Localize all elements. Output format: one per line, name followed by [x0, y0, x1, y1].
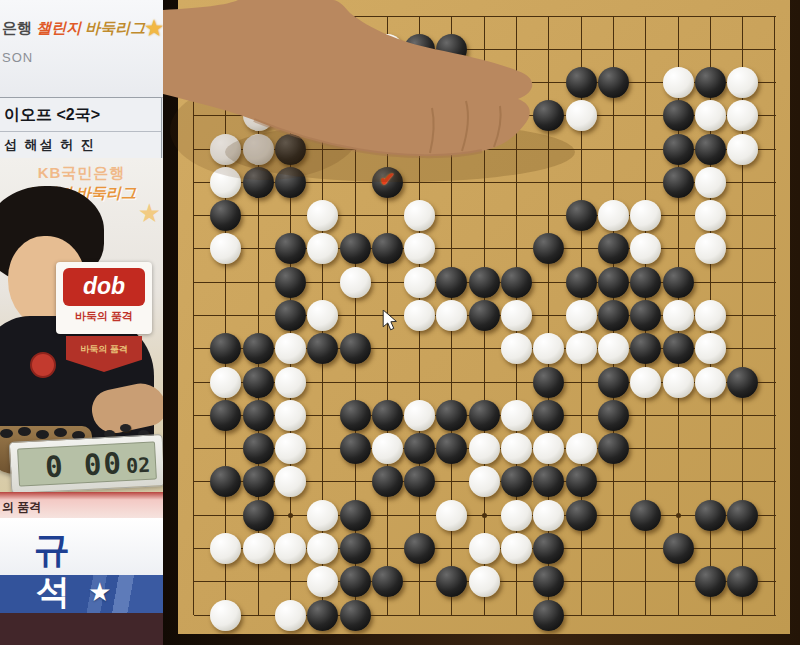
league-logo-highlight: 챌린지: [36, 19, 85, 36]
black-stone: [275, 134, 306, 165]
black-stone: [469, 400, 500, 431]
white-stone: [630, 233, 661, 264]
black-stone: [533, 100, 564, 131]
white-stone: [630, 367, 661, 398]
player2-name: 석: [36, 569, 70, 615]
black-stone: [533, 400, 564, 431]
white-stone: [695, 300, 726, 331]
black-stone: [630, 333, 661, 364]
dob-logo: dob: [63, 268, 145, 306]
black-stone: [566, 67, 597, 98]
white-stone: [307, 566, 338, 597]
black-stone: [372, 233, 403, 264]
white-stone: [469, 466, 500, 497]
white-stone: [210, 600, 241, 631]
white-stone: [566, 433, 597, 464]
white-stone: [695, 100, 726, 131]
white-stone: [275, 433, 306, 464]
league-logo-box: 은행 챌린지 바둑리그★ SON: [0, 0, 163, 98]
go-board-frame: ✔: [163, 0, 800, 645]
white-stone: [275, 533, 306, 564]
white-stone: [727, 100, 758, 131]
black-stone: [436, 433, 467, 464]
white-stone: [501, 433, 532, 464]
black-stone: [663, 134, 694, 165]
white-stone: [210, 367, 241, 398]
white-stone: [307, 533, 338, 564]
black-stone: [566, 500, 597, 531]
black-stone: [598, 300, 629, 331]
black-stone: [598, 400, 629, 431]
white-stone: [404, 67, 435, 98]
black-stone: [243, 367, 274, 398]
black-stone: [340, 400, 371, 431]
last-move-check-marker: ✔: [372, 168, 403, 191]
white-stone: [307, 233, 338, 264]
board-grid-line: [194, 215, 776, 216]
black-stone: [695, 134, 726, 165]
white-stone: [275, 333, 306, 364]
black-stone: [340, 333, 371, 364]
white-stone: [275, 600, 306, 631]
black-stone: ✔: [372, 167, 403, 198]
white-stone: [695, 333, 726, 364]
black-stone: [340, 233, 371, 264]
white-stone: [663, 367, 694, 398]
black-stone: [340, 600, 371, 631]
board-grid-line: [774, 16, 775, 615]
black-stone: [598, 267, 629, 298]
black-stone: [695, 67, 726, 98]
white-stone: [210, 134, 241, 165]
white-stone: [404, 267, 435, 298]
black-stone: [533, 600, 564, 631]
black-stone: [243, 433, 274, 464]
white-stone: [727, 134, 758, 165]
white-stone: [404, 233, 435, 264]
white-stone: [695, 367, 726, 398]
white-stone: [243, 100, 274, 131]
star-point: [482, 513, 487, 518]
nameplate-player2: 석 ★: [0, 575, 163, 613]
white-stone: [469, 533, 500, 564]
white-stone: [436, 500, 467, 531]
white-stone: [469, 433, 500, 464]
sidebar: 은행 챌린지 바둑리그★ SON 이오프 <2국> 섭 해설 허 진 KB국민은…: [0, 0, 163, 645]
star-icon: ★: [138, 198, 161, 229]
white-stone: [243, 533, 274, 564]
white-stone: [275, 400, 306, 431]
white-stone: [566, 333, 597, 364]
nameplate-header: 의 품격: [0, 492, 163, 518]
match-info-box: 이오프 <2국> 섭 해설 허 진: [0, 97, 162, 160]
black-stone: [598, 367, 629, 398]
black-stone: [469, 100, 500, 131]
black-stone: [663, 167, 694, 198]
white-stone: [469, 566, 500, 597]
black-stone: [501, 267, 532, 298]
white-stone: [275, 367, 306, 398]
black-stone: [210, 466, 241, 497]
white-stone: [566, 100, 597, 131]
white-stone: [598, 200, 629, 231]
star-icon: ★: [145, 17, 163, 39]
white-stone: [372, 433, 403, 464]
black-stone: [469, 300, 500, 331]
white-stone: [533, 433, 564, 464]
player1-name: 규: [34, 526, 70, 575]
black-stone: [243, 466, 274, 497]
league-logo: 은행 챌린지 바둑리그★: [2, 16, 162, 40]
black-stone: [404, 533, 435, 564]
dob-tagline: 바둑의 품격: [56, 309, 152, 324]
black-stone: [663, 267, 694, 298]
black-stone: [533, 466, 564, 497]
white-stone: [630, 200, 661, 231]
black-stone: [727, 367, 758, 398]
black-stone: [340, 433, 371, 464]
divider: [0, 131, 161, 132]
white-stone: [566, 300, 597, 331]
white-stone: [501, 400, 532, 431]
star-point: [288, 513, 293, 518]
black-stone: [533, 367, 564, 398]
clock-main-digits: 0 00: [44, 448, 123, 482]
white-stone: [501, 333, 532, 364]
league-logo-prefix: 은행: [2, 19, 36, 36]
white-stone: [501, 300, 532, 331]
black-stone: [630, 267, 661, 298]
white-stone: [275, 466, 306, 497]
black-stone: [566, 200, 597, 231]
clock-seconds-digits: 02: [125, 453, 150, 478]
white-stone: [210, 167, 241, 198]
black-stone: [340, 566, 371, 597]
black-stone: [243, 500, 274, 531]
white-stone: [695, 200, 726, 231]
black-stone: [501, 466, 532, 497]
white-stone: [404, 400, 435, 431]
black-stone: [436, 566, 467, 597]
black-stone: [307, 600, 338, 631]
black-stone: [598, 433, 629, 464]
go-board: ✔: [178, 0, 790, 634]
black-stone: [630, 300, 661, 331]
game-clock: 0 00 02: [9, 434, 163, 492]
white-stone: [533, 333, 564, 364]
black-stone: [340, 500, 371, 531]
black-stone: [404, 466, 435, 497]
black-stone: [598, 67, 629, 98]
black-stone: [663, 100, 694, 131]
black-stone: [663, 533, 694, 564]
broadcast-frame: 은행 챌린지 바둑리그★ SON 이오프 <2국> 섭 해설 허 진 KB국민은…: [0, 0, 800, 645]
black-stone: [695, 500, 726, 531]
nameplate-player1: 규: [0, 518, 163, 575]
black-stone: [372, 466, 403, 497]
league-logo-suffix: 바둑리그: [85, 19, 145, 36]
sponsor-card: dob 바둑의 품격: [56, 262, 152, 334]
white-stone: [404, 200, 435, 231]
black-stone: [436, 400, 467, 431]
white-stone: [404, 300, 435, 331]
white-stone: [663, 300, 694, 331]
season-text: SON: [2, 50, 33, 65]
black-stone: [566, 466, 597, 497]
match-title: 이오프 <2국>: [4, 105, 100, 126]
white-stone: [598, 333, 629, 364]
ribbon-text: 바둑의 품격: [66, 343, 142, 356]
black-stone: [275, 267, 306, 298]
star-point: [288, 113, 293, 118]
black-stone: [598, 233, 629, 264]
black-stone: [436, 267, 467, 298]
white-stone: [307, 500, 338, 531]
board-grid-line: [194, 49, 776, 50]
black-stone: [307, 333, 338, 364]
black-stone: [210, 200, 241, 231]
team-badge: [30, 352, 56, 378]
white-stone: [663, 67, 694, 98]
black-stone: [663, 333, 694, 364]
black-stone: [469, 267, 500, 298]
white-stone: [243, 134, 274, 165]
white-stone: [340, 267, 371, 298]
white-stone: [340, 67, 371, 98]
black-stone: [340, 533, 371, 564]
white-stone: [210, 233, 241, 264]
black-stone: [727, 500, 758, 531]
poster-sponsor-text: KB국민은행: [0, 164, 163, 183]
white-stone: [340, 34, 371, 65]
black-stone: [210, 333, 241, 364]
black-stone: [404, 34, 435, 65]
loose-stone: [120, 424, 131, 432]
black-stone: [695, 566, 726, 597]
black-stone: [243, 333, 274, 364]
commentators: 섭 해설 허 진: [4, 136, 96, 154]
black-stone: [243, 167, 274, 198]
nameplate-header-text: 의 품격: [2, 499, 41, 516]
black-stone: [210, 400, 241, 431]
black-stone: [533, 533, 564, 564]
white-stone: [307, 200, 338, 231]
black-stone: [727, 566, 758, 597]
white-stone: [727, 67, 758, 98]
star-point: [676, 513, 681, 518]
black-stone: [630, 500, 661, 531]
white-stone: [501, 500, 532, 531]
black-stone: [533, 233, 564, 264]
black-stone: [372, 100, 403, 131]
black-stone: [436, 34, 467, 65]
white-stone: [695, 167, 726, 198]
star-icon: ★: [88, 577, 111, 608]
black-stone: [372, 566, 403, 597]
white-stone: [372, 34, 403, 65]
white-stone: [436, 300, 467, 331]
white-stone: [533, 500, 564, 531]
black-stone: [275, 167, 306, 198]
black-stone: [566, 267, 597, 298]
board-grid-line: [194, 16, 776, 17]
black-stone: [404, 433, 435, 464]
nameplate-footer: [0, 613, 163, 645]
player-camera-feed: KB국민은행 챌린지 바둑리그 ★ dob 바둑의 품격 바둑의 품격: [0, 158, 163, 492]
black-stone: [243, 400, 274, 431]
black-stone: [275, 300, 306, 331]
black-stone: [372, 400, 403, 431]
white-stone: [695, 233, 726, 264]
black-stone: [372, 67, 403, 98]
black-stone: [275, 233, 306, 264]
clock-display: 0 00 02: [17, 441, 157, 486]
white-stone: [307, 300, 338, 331]
black-stone: [533, 566, 564, 597]
white-stone: [210, 533, 241, 564]
white-stone: [501, 533, 532, 564]
